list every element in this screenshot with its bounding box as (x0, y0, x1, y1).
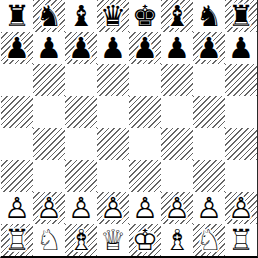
black-rook-piece: ♜ (225, 0, 257, 32)
square-d1[interactable]: ♛♕ (97, 224, 129, 256)
square-b6[interactable] (33, 64, 65, 96)
square-f7[interactable]: ♟♟ (161, 32, 193, 64)
black-queen-piece: ♛ (97, 0, 129, 32)
square-c6[interactable] (65, 64, 97, 96)
square-d4[interactable] (97, 128, 129, 160)
black-bishop-piece: ♝ (161, 0, 193, 32)
black-pawn-piece: ♟ (193, 32, 225, 64)
square-c5[interactable] (65, 96, 97, 128)
black-rook-piece: ♜ (1, 0, 33, 32)
square-d6[interactable] (97, 64, 129, 96)
square-b4[interactable] (33, 128, 65, 160)
black-pawn-piece: ♟ (65, 32, 97, 64)
square-c8[interactable]: ♝♝ (65, 0, 97, 32)
square-g1[interactable]: ♞♘ (193, 224, 225, 256)
square-c1[interactable]: ♝♗ (65, 224, 97, 256)
square-f5[interactable] (161, 96, 193, 128)
square-h3[interactable] (225, 160, 257, 192)
square-e3[interactable] (129, 160, 161, 192)
square-e8[interactable]: ♚♚ (129, 0, 161, 32)
square-e1[interactable]: ♚♔ (129, 224, 161, 256)
white-pawn-piece: ♙ (33, 192, 65, 224)
square-a5[interactable] (1, 96, 33, 128)
square-g6[interactable] (193, 64, 225, 96)
white-pawn-piece: ♙ (65, 192, 97, 224)
black-king-piece: ♚ (129, 0, 161, 32)
white-pawn-piece: ♙ (193, 192, 225, 224)
square-a1[interactable]: ♜♖ (1, 224, 33, 256)
square-d5[interactable] (97, 96, 129, 128)
square-g2[interactable]: ♟♙ (193, 192, 225, 224)
square-g8[interactable]: ♞♞ (193, 0, 225, 32)
square-e6[interactable] (129, 64, 161, 96)
black-pawn-piece: ♟ (225, 32, 257, 64)
square-f2[interactable]: ♟♙ (161, 192, 193, 224)
square-a2[interactable]: ♟♙ (1, 192, 33, 224)
square-c2[interactable]: ♟♙ (65, 192, 97, 224)
square-c4[interactable] (65, 128, 97, 160)
white-knight-piece: ♘ (33, 224, 65, 256)
square-f6[interactable] (161, 64, 193, 96)
square-h5[interactable] (225, 96, 257, 128)
square-h1[interactable]: ♜♖ (225, 224, 257, 256)
white-rook-piece: ♖ (225, 224, 257, 256)
white-pawn-piece: ♙ (97, 192, 129, 224)
white-bishop-piece: ♗ (65, 224, 97, 256)
square-f1[interactable]: ♝♗ (161, 224, 193, 256)
square-e7[interactable]: ♟♟ (129, 32, 161, 64)
black-knight-piece: ♞ (193, 0, 225, 32)
chess-board: ♜♜♞♞♝♝♛♛♚♚♝♝♞♞♜♜♟♟♟♟♟♟♟♟♟♟♟♟♟♟♟♟♟♙♟♙♟♙♟♙… (0, 0, 258, 258)
square-c7[interactable]: ♟♟ (65, 32, 97, 64)
square-e5[interactable] (129, 96, 161, 128)
square-g4[interactable] (193, 128, 225, 160)
square-f3[interactable] (161, 160, 193, 192)
square-b5[interactable] (33, 96, 65, 128)
white-king-piece: ♔ (129, 224, 161, 256)
square-a8[interactable]: ♜♜ (1, 0, 33, 32)
square-d3[interactable] (97, 160, 129, 192)
square-f4[interactable] (161, 128, 193, 160)
square-g3[interactable] (193, 160, 225, 192)
white-pawn-piece: ♙ (1, 192, 33, 224)
square-b2[interactable]: ♟♙ (33, 192, 65, 224)
square-e4[interactable] (129, 128, 161, 160)
square-b7[interactable]: ♟♟ (33, 32, 65, 64)
black-bishop-piece: ♝ (65, 0, 97, 32)
square-c3[interactable] (65, 160, 97, 192)
square-h2[interactable]: ♟♙ (225, 192, 257, 224)
square-e2[interactable]: ♟♙ (129, 192, 161, 224)
black-pawn-piece: ♟ (33, 32, 65, 64)
square-b3[interactable] (33, 160, 65, 192)
white-knight-piece: ♘ (193, 224, 225, 256)
white-rook-piece: ♖ (1, 224, 33, 256)
square-h6[interactable] (225, 64, 257, 96)
white-pawn-piece: ♙ (161, 192, 193, 224)
black-pawn-piece: ♟ (97, 32, 129, 64)
square-g5[interactable] (193, 96, 225, 128)
square-h7[interactable]: ♟♟ (225, 32, 257, 64)
square-a4[interactable] (1, 128, 33, 160)
square-d8[interactable]: ♛♛ (97, 0, 129, 32)
black-knight-piece: ♞ (33, 0, 65, 32)
square-b1[interactable]: ♞♘ (33, 224, 65, 256)
white-bishop-piece: ♗ (161, 224, 193, 256)
square-d7[interactable]: ♟♟ (97, 32, 129, 64)
square-h4[interactable] (225, 128, 257, 160)
white-pawn-piece: ♙ (129, 192, 161, 224)
white-pawn-piece: ♙ (225, 192, 257, 224)
square-g7[interactable]: ♟♟ (193, 32, 225, 64)
square-h8[interactable]: ♜♜ (225, 0, 257, 32)
square-f8[interactable]: ♝♝ (161, 0, 193, 32)
black-pawn-piece: ♟ (161, 32, 193, 64)
square-a6[interactable] (1, 64, 33, 96)
square-a7[interactable]: ♟♟ (1, 32, 33, 64)
white-queen-piece: ♕ (97, 224, 129, 256)
chess-app-window: ♜♜♞♞♝♝♛♛♚♚♝♝♞♞♜♜♟♟♟♟♟♟♟♟♟♟♟♟♟♟♟♟♟♙♟♙♟♙♟♙… (0, 0, 258, 258)
black-pawn-piece: ♟ (1, 32, 33, 64)
square-b8[interactable]: ♞♞ (33, 0, 65, 32)
square-d2[interactable]: ♟♙ (97, 192, 129, 224)
square-a3[interactable] (1, 160, 33, 192)
black-pawn-piece: ♟ (129, 32, 161, 64)
